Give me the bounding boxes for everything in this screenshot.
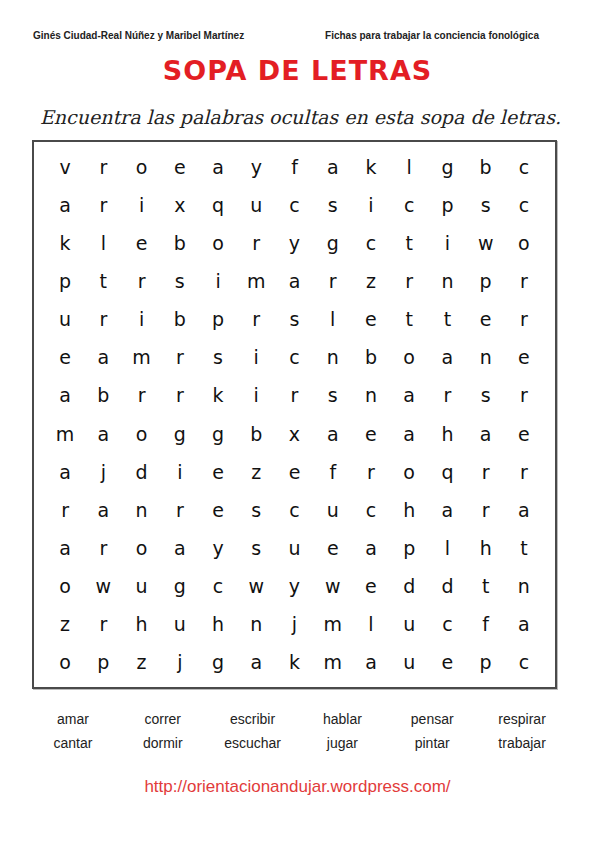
grid-cell-r12c1[interactable]: o	[46, 567, 84, 605]
grid-cell-r2c6[interactable]: u	[237, 186, 275, 224]
grid-cell-r11c13[interactable]: t	[505, 529, 543, 567]
grid-cell-r2c12[interactable]: s	[467, 186, 505, 224]
grid-cell-r1c13[interactable]: c	[505, 148, 543, 186]
grid-cell-r14c5[interactable]: g	[199, 643, 237, 681]
grid-cell-r6c13[interactable]: e	[505, 338, 543, 376]
grid-cell-r14c13[interactable]: c	[505, 643, 543, 681]
grid-cell-r13c13[interactable]: a	[505, 605, 543, 643]
grid-cell-r3c10[interactable]: t	[390, 224, 428, 262]
grid-cell-r2c10[interactable]: c	[390, 186, 428, 224]
word-pintar: pintar	[387, 735, 477, 751]
grid-cell-r13c9[interactable]: l	[352, 605, 390, 643]
grid-cell-r8c6[interactable]: b	[237, 415, 275, 453]
grid-cell-r5c4[interactable]: b	[161, 300, 199, 338]
grid-cell-r2c8[interactable]: s	[314, 186, 352, 224]
grid-cell-r10c9[interactable]: c	[352, 491, 390, 529]
word-amar: amar	[28, 711, 118, 727]
grid-cell-r9c5[interactable]: e	[199, 453, 237, 491]
grid-cell-r10c5[interactable]: e	[199, 491, 237, 529]
grid-cell-r7c6[interactable]: i	[237, 376, 275, 414]
grid-cell-r4c3[interactable]: r	[122, 262, 160, 300]
page-title: SOPA DE LETRAS	[0, 55, 595, 86]
grid-cell-r6c6[interactable]: i	[237, 338, 275, 376]
grid-cell-r5c7[interactable]: s	[275, 300, 313, 338]
grid-cell-r14c12[interactable]: p	[467, 643, 505, 681]
grid-cell-r4c9[interactable]: z	[352, 262, 390, 300]
grid-cell-r4c11[interactable]: n	[428, 262, 466, 300]
grid-cell-r5c8[interactable]: l	[314, 300, 352, 338]
grid-cell-r11c9[interactable]: a	[352, 529, 390, 567]
grid-cell-r10c11[interactable]: a	[428, 491, 466, 529]
word-hablar: hablar	[298, 711, 388, 727]
grid-cell-r3c8[interactable]: g	[314, 224, 352, 262]
grid-cell-r9c11[interactable]: q	[428, 453, 466, 491]
grid-cell-r14c7[interactable]: k	[275, 643, 313, 681]
grid-cell-r13c12[interactable]: f	[467, 605, 505, 643]
grid-cell-r10c4[interactable]: r	[161, 491, 199, 529]
word-bank-row: amarcorrerescribirhablarpensarrespirar	[28, 711, 567, 727]
grid-cell-r10c7[interactable]: c	[275, 491, 313, 529]
grid-cell-r12c3[interactable]: u	[122, 567, 160, 605]
grid-cell-r12c10[interactable]: d	[390, 567, 428, 605]
grid-cell-r14c1[interactable]: o	[46, 643, 84, 681]
grid-cell-r11c12[interactable]: h	[467, 529, 505, 567]
grid-cell-r10c13[interactable]: a	[505, 491, 543, 529]
grid-cell-r14c4[interactable]: j	[161, 643, 199, 681]
grid-cell-r12c8[interactable]: w	[314, 567, 352, 605]
grid-cell-r13c3[interactable]: h	[122, 605, 160, 643]
grid-cell-r7c11[interactable]: r	[428, 376, 466, 414]
grid-cell-r7c12[interactable]: s	[467, 376, 505, 414]
grid-cell-r11c7[interactable]: u	[275, 529, 313, 567]
grid-cell-r10c12[interactable]: r	[467, 491, 505, 529]
grid-cell-r4c12[interactable]: p	[467, 262, 505, 300]
grid-cell-r3c12[interactable]: w	[467, 224, 505, 262]
grid-cell-r13c4[interactable]: u	[161, 605, 199, 643]
grid-cell-r3c4[interactable]: b	[161, 224, 199, 262]
grid-cell-r9c6[interactable]: z	[237, 453, 275, 491]
grid-cell-r2c11[interactable]: p	[428, 186, 466, 224]
grid-cell-r12c11[interactable]: d	[428, 567, 466, 605]
word-cantar: cantar	[28, 735, 118, 751]
grid-cell-r1c4[interactable]: e	[161, 148, 199, 186]
grid-cell-r5c3[interactable]: i	[122, 300, 160, 338]
grid-cell-r13c5[interactable]: h	[199, 605, 237, 643]
grid-cell-r3c5[interactable]: o	[199, 224, 237, 262]
grid-cell-r2c5[interactable]: q	[199, 186, 237, 224]
word-bank-row: cantardormirescucharjugarpintartrabajar	[28, 735, 567, 751]
word-escuchar: escuchar	[208, 735, 298, 751]
grid-cell-r2c7[interactable]: c	[275, 186, 313, 224]
grid-cell-r5c1[interactable]: u	[46, 300, 84, 338]
grid-cell-r11c2[interactable]: r	[84, 529, 122, 567]
grid-cell-r12c6[interactable]: w	[237, 567, 275, 605]
grid-cell-r3c2[interactable]: l	[84, 224, 122, 262]
word-trabajar: trabajar	[477, 735, 567, 751]
grid-cell-r12c7[interactable]: y	[275, 567, 313, 605]
footer-url: http://orientacionandujar.wordpress.com/	[0, 777, 595, 797]
grid-cell-r3c11[interactable]: i	[428, 224, 466, 262]
grid-cell-r9c13[interactable]: r	[505, 453, 543, 491]
grid-cell-r7c7[interactable]: r	[275, 376, 313, 414]
grid-cell-r1c2[interactable]: r	[84, 148, 122, 186]
word-dormir: dormir	[118, 735, 208, 751]
page-header: Ginés Ciudad-Real Núñez y Maribel Martín…	[0, 30, 595, 41]
grid-cell-r12c13[interactable]: n	[505, 567, 543, 605]
grid-cell-r1c6[interactable]: y	[237, 148, 275, 186]
grid-cell-r1c7[interactable]: f	[275, 148, 313, 186]
grid-cell-r11c1[interactable]: a	[46, 529, 84, 567]
grid-cell-r6c10[interactable]: o	[390, 338, 428, 376]
grid-cell-r11c10[interactable]: p	[390, 529, 428, 567]
grid-cell-r7c9[interactable]: n	[352, 376, 390, 414]
grid-cell-r8c5[interactable]: g	[199, 415, 237, 453]
grid-cell-r3c3[interactable]: e	[122, 224, 160, 262]
word-correr: correr	[118, 711, 208, 727]
grid-cell-r13c8[interactable]: m	[314, 605, 352, 643]
grid-cell-r3c9[interactable]: c	[352, 224, 390, 262]
grid-cell-r3c6[interactable]: r	[237, 224, 275, 262]
grid-cell-r10c3[interactable]: n	[122, 491, 160, 529]
grid-cell-r9c1[interactable]: a	[46, 453, 84, 491]
grid-cell-r2c3[interactable]: i	[122, 186, 160, 224]
grid-cell-r11c5[interactable]: y	[199, 529, 237, 567]
grid-cell-r5c11[interactable]: t	[428, 300, 466, 338]
grid-cell-r7c10[interactable]: a	[390, 376, 428, 414]
series-title: Fichas para trabajar la conciencia fonol…	[325, 30, 539, 41]
grid-cell-r5c12[interactable]: e	[467, 300, 505, 338]
grid-cell-r2c2[interactable]: r	[84, 186, 122, 224]
grid-cell-r9c9[interactable]: r	[352, 453, 390, 491]
grid-cell-r2c13[interactable]: c	[505, 186, 543, 224]
grid-cell-r12c9[interactable]: e	[352, 567, 390, 605]
grid-cell-r9c3[interactable]: d	[122, 453, 160, 491]
grid-cell-r12c4[interactable]: g	[161, 567, 199, 605]
grid-cell-r4c5[interactable]: i	[199, 262, 237, 300]
grid-cell-r9c12[interactable]: r	[467, 453, 505, 491]
grid-cell-r6c3[interactable]: m	[122, 338, 160, 376]
instruction-text: Encuentra las palabras ocultas en esta s…	[40, 106, 595, 128]
grid-cell-r11c6[interactable]: s	[237, 529, 275, 567]
grid-cell-r6c11[interactable]: a	[428, 338, 466, 376]
grid-cell-r5c13[interactable]: r	[505, 300, 543, 338]
grid-cell-r14c9[interactable]: a	[352, 643, 390, 681]
grid-cell-r4c10[interactable]: r	[390, 262, 428, 300]
grid-cell-r6c5[interactable]: s	[199, 338, 237, 376]
grid-cell-r13c2[interactable]: r	[84, 605, 122, 643]
grid-cell-r12c2[interactable]: w	[84, 567, 122, 605]
grid-cell-r8c1[interactable]: m	[46, 415, 84, 453]
grid-cell-r2c4[interactable]: x	[161, 186, 199, 224]
grid-cell-r10c6[interactable]: s	[237, 491, 275, 529]
grid-cell-r1c10[interactable]: l	[390, 148, 428, 186]
grid-cell-r7c5[interactable]: k	[199, 376, 237, 414]
grid-cell-r13c6[interactable]: n	[237, 605, 275, 643]
grid-cell-r9c2[interactable]: j	[84, 453, 122, 491]
grid-cell-r4c13[interactable]: r	[505, 262, 543, 300]
word-search-board: vroeayfaklgbcarixqucsicpsckleborygctiwop…	[32, 140, 557, 689]
grid-cell-r12c5[interactable]: c	[199, 567, 237, 605]
grid-cell-r10c8[interactable]: u	[314, 491, 352, 529]
grid-cell-r8c7[interactable]: x	[275, 415, 313, 453]
grid-cell-r11c4[interactable]: a	[161, 529, 199, 567]
grid-cell-r14c8[interactable]: m	[314, 643, 352, 681]
grid-cell-r1c1[interactable]: v	[46, 148, 84, 186]
grid-cell-r8c8[interactable]: a	[314, 415, 352, 453]
grid-cell-r9c7[interactable]: e	[275, 453, 313, 491]
grid-cell-r6c7[interactable]: c	[275, 338, 313, 376]
word-jugar: jugar	[298, 735, 388, 751]
grid-cell-r8c4[interactable]: g	[161, 415, 199, 453]
grid-cell-r4c2[interactable]: t	[84, 262, 122, 300]
grid-cell-r4c6[interactable]: m	[237, 262, 275, 300]
grid-cell-r5c10[interactable]: t	[390, 300, 428, 338]
grid-cell-r4c1[interactable]: p	[46, 262, 84, 300]
grid-cell-r5c6[interactable]: r	[237, 300, 275, 338]
grid-cell-r3c7[interactable]: y	[275, 224, 313, 262]
grid-cell-r6c12[interactable]: n	[467, 338, 505, 376]
grid-cell-r9c4[interactable]: i	[161, 453, 199, 491]
grid-cell-r6c2[interactable]: a	[84, 338, 122, 376]
grid-cell-r4c7[interactable]: a	[275, 262, 313, 300]
grid-cell-r4c8[interactable]: r	[314, 262, 352, 300]
grid-cell-r5c5[interactable]: p	[199, 300, 237, 338]
grid-cell-r1c5[interactable]: a	[199, 148, 237, 186]
website-link[interactable]: http://orientacionandujar.wordpress.com/	[144, 777, 450, 796]
grid-cell-r6c8[interactable]: n	[314, 338, 352, 376]
grid-cell-r5c9[interactable]: e	[352, 300, 390, 338]
grid-cell-r13c11[interactable]: c	[428, 605, 466, 643]
grid-cell-r10c2[interactable]: a	[84, 491, 122, 529]
grid-cell-r3c13[interactable]: o	[505, 224, 543, 262]
grid-cell-r7c1[interactable]: a	[46, 376, 84, 414]
grid-cell-r7c2[interactable]: b	[84, 376, 122, 414]
grid-cell-r6c9[interactable]: b	[352, 338, 390, 376]
grid-cell-r13c10[interactable]: u	[390, 605, 428, 643]
grid-cell-r1c12[interactable]: b	[467, 148, 505, 186]
grid-cell-r6c4[interactable]: r	[161, 338, 199, 376]
grid-cell-r5c2[interactable]: r	[84, 300, 122, 338]
grid-cell-r9c8[interactable]: f	[314, 453, 352, 491]
grid-cell-r6c1[interactable]: e	[46, 338, 84, 376]
word-bank: amarcorrerescribirhablarpensarrespirarca…	[0, 711, 595, 751]
grid-cell-r8c12[interactable]: a	[467, 415, 505, 453]
grid-cell-r8c10[interactable]: a	[390, 415, 428, 453]
grid-cell-r1c8[interactable]: a	[314, 148, 352, 186]
grid-cell-r11c11[interactable]: l	[428, 529, 466, 567]
grid-cell-r4c4[interactable]: s	[161, 262, 199, 300]
grid-cell-r8c9[interactable]: e	[352, 415, 390, 453]
grid-cell-r13c7[interactable]: j	[275, 605, 313, 643]
grid-cell-r2c1[interactable]: a	[46, 186, 84, 224]
grid-cell-r3c1[interactable]: k	[46, 224, 84, 262]
letter-grid: vroeayfaklgbcarixqucsicpsckleborygctiwop…	[46, 148, 543, 681]
grid-cell-r14c2[interactable]: p	[84, 643, 122, 681]
grid-cell-r8c2[interactable]: a	[84, 415, 122, 453]
grid-cell-r10c10[interactable]: h	[390, 491, 428, 529]
grid-cell-r12c12[interactable]: t	[467, 567, 505, 605]
word-escribir: escribir	[208, 711, 298, 727]
author-credit: Ginés Ciudad-Real Núñez y Maribel Martín…	[33, 30, 244, 41]
grid-cell-r8c11[interactable]: h	[428, 415, 466, 453]
grid-cell-r8c13[interactable]: e	[505, 415, 543, 453]
grid-cell-r1c9[interactable]: k	[352, 148, 390, 186]
grid-cell-r1c11[interactable]: g	[428, 148, 466, 186]
word-respirar: respirar	[477, 711, 567, 727]
grid-cell-r14c10[interactable]: u	[390, 643, 428, 681]
grid-cell-r14c6[interactable]: a	[237, 643, 275, 681]
grid-cell-r9c10[interactable]: o	[390, 453, 428, 491]
worksheet-page: Ginés Ciudad-Real Núñez y Maribel Martín…	[0, 0, 595, 797]
grid-cell-r10c1[interactable]: r	[46, 491, 84, 529]
grid-cell-r8c3[interactable]: o	[122, 415, 160, 453]
word-pensar: pensar	[387, 711, 477, 727]
grid-cell-r14c11[interactable]: e	[428, 643, 466, 681]
grid-cell-r13c1[interactable]: z	[46, 605, 84, 643]
grid-cell-r7c8[interactable]: s	[314, 376, 352, 414]
grid-cell-r11c8[interactable]: e	[314, 529, 352, 567]
grid-cell-r7c4[interactable]: r	[161, 376, 199, 414]
grid-cell-r14c3[interactable]: z	[122, 643, 160, 681]
grid-cell-r2c9[interactable]: i	[352, 186, 390, 224]
grid-cell-r1c3[interactable]: o	[122, 148, 160, 186]
grid-cell-r11c3[interactable]: o	[122, 529, 160, 567]
grid-cell-r7c3[interactable]: r	[122, 376, 160, 414]
grid-cell-r7c13[interactable]: r	[505, 376, 543, 414]
